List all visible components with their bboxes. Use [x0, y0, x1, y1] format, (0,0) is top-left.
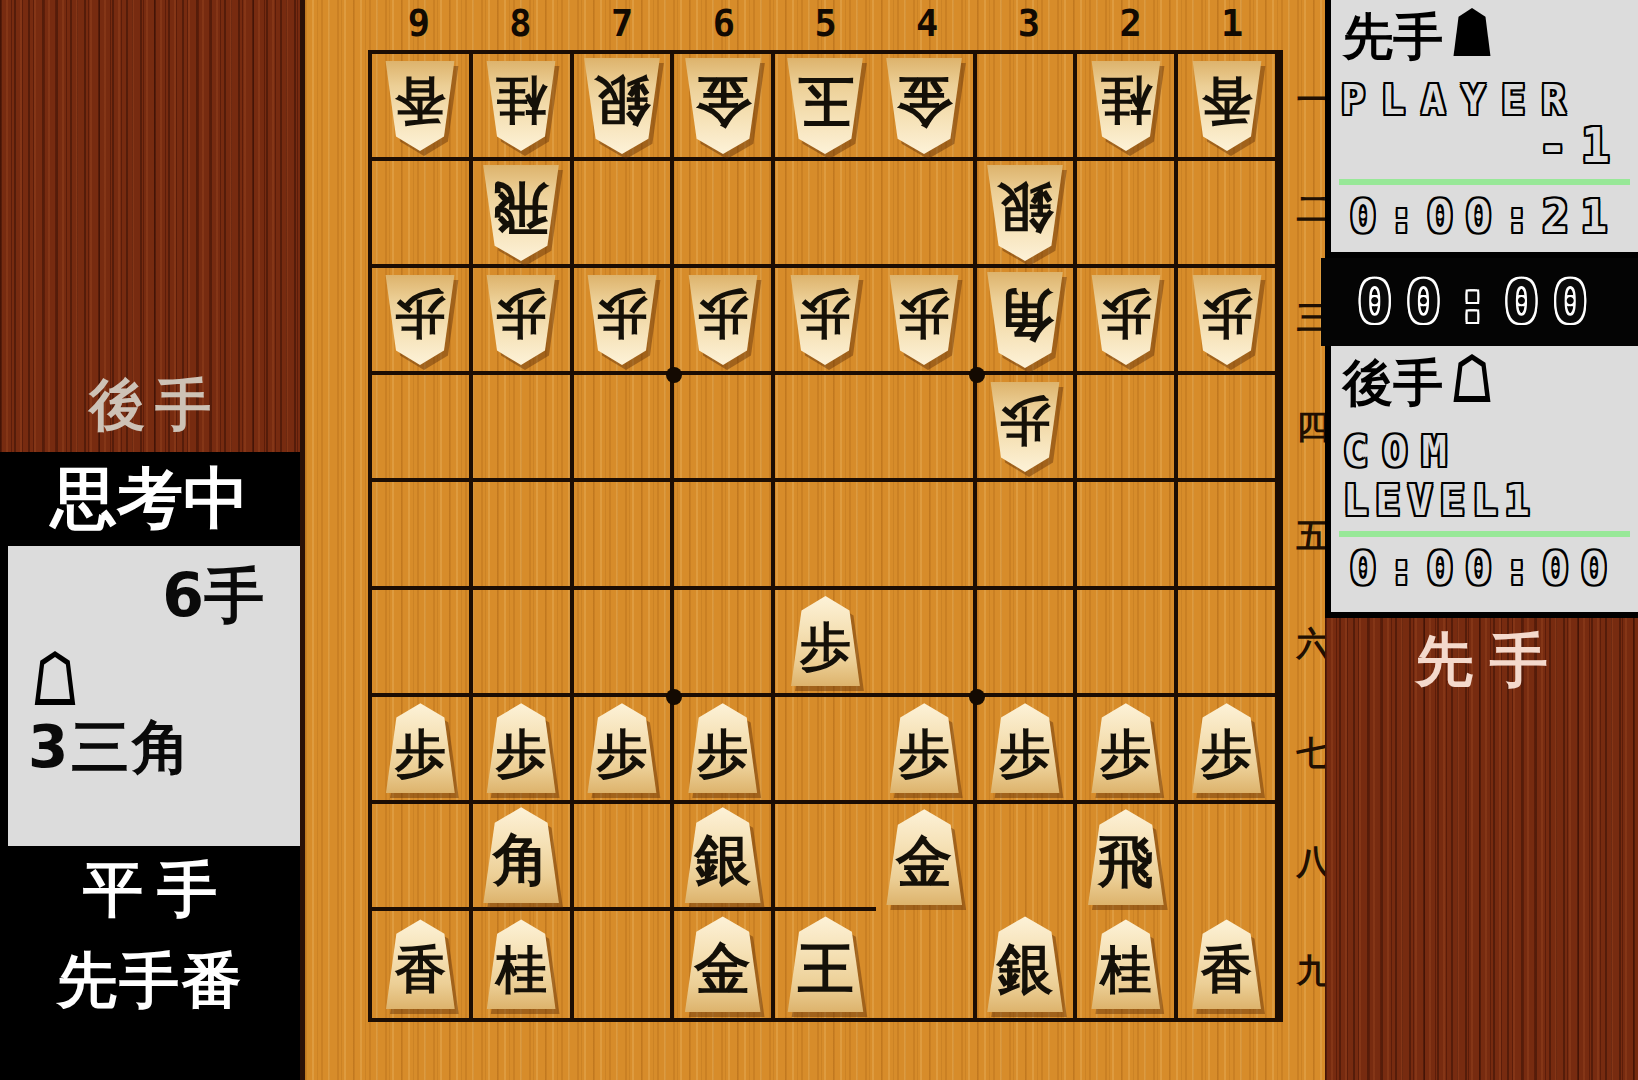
square-69[interactable]: 金	[674, 911, 775, 1018]
black-koma-icon	[1451, 8, 1493, 56]
square-42[interactable]	[876, 161, 977, 268]
square-23[interactable]: 歩	[1077, 268, 1178, 375]
piece-歩-gote[interactable]: 歩	[1086, 275, 1166, 365]
square-31[interactable]	[977, 54, 1078, 161]
square-61[interactable]: 金	[674, 54, 775, 161]
koma-tile: 歩	[683, 703, 763, 793]
file-label-8: 8	[470, 2, 572, 44]
koma-tile: 銀	[981, 165, 1069, 261]
piece-桂-gote[interactable]: 桂	[481, 61, 561, 151]
koma-tile: 香	[1187, 61, 1267, 151]
piece-角-sente[interactable]: 角	[477, 807, 565, 903]
koma-kanji: 香	[1201, 75, 1252, 136]
koma-kanji: 香	[395, 934, 446, 995]
koma-tile: 歩	[582, 703, 662, 793]
square-27[interactable]: 歩	[1077, 697, 1178, 804]
square-32[interactable]: 銀	[977, 161, 1078, 268]
koma-kanji: 歩	[395, 718, 446, 779]
square-43[interactable]: 歩	[876, 268, 977, 375]
piece-角-gote[interactable]: 角	[981, 272, 1069, 368]
square-11[interactable]: 香	[1178, 54, 1279, 161]
koma-tile: 歩	[785, 275, 865, 365]
koma-kanji: 歩	[1000, 396, 1051, 457]
square-25[interactable]	[1077, 482, 1178, 589]
file-label-7: 7	[571, 2, 673, 44]
piece-王-sente[interactable]: 王	[781, 916, 869, 1012]
square-26[interactable]	[1077, 590, 1178, 697]
white-koma-icon	[32, 651, 78, 705]
square-62[interactable]	[674, 161, 775, 268]
square-16[interactable]	[1178, 590, 1279, 697]
koma-tile: 金	[880, 58, 968, 154]
koma-kanji: 金	[695, 73, 751, 139]
square-66[interactable]	[674, 590, 775, 697]
last-move-text: 3三角	[28, 709, 300, 787]
koma-tile: 歩	[582, 275, 662, 365]
koma-kanji: 香	[1201, 934, 1252, 995]
square-95[interactable]	[372, 482, 473, 589]
square-92[interactable]	[372, 161, 473, 268]
square-63[interactable]: 歩	[674, 268, 775, 375]
koma-tile: 歩	[380, 275, 460, 365]
square-87[interactable]: 歩	[473, 697, 574, 804]
koma-kanji: 銀	[594, 73, 650, 139]
piece-歩-sente[interactable]: 歩	[481, 703, 561, 793]
square-44[interactable]	[876, 375, 977, 482]
piece-歩-sente[interactable]: 歩	[884, 703, 964, 793]
koma-tile: 桂	[1086, 61, 1166, 151]
square-47[interactable]: 歩	[876, 697, 977, 804]
piece-銀-gote[interactable]: 銀	[578, 58, 666, 154]
piece-歩-gote[interactable]: 歩	[785, 275, 865, 365]
koma-kanji: 歩	[496, 289, 547, 350]
koma-kanji: 金	[695, 931, 751, 997]
square-83[interactable]: 歩	[473, 268, 574, 375]
square-59[interactable]: 王	[775, 911, 876, 1018]
koma-kanji: 金	[896, 73, 952, 139]
piece-歩-gote[interactable]: 歩	[985, 382, 1065, 472]
white-koma-icon	[1451, 354, 1493, 402]
square-28[interactable]: 飛	[1077, 804, 1178, 911]
koma-kanji: 桂	[496, 934, 547, 995]
koma-tile: 歩	[985, 382, 1065, 472]
square-56[interactable]: 歩	[775, 590, 876, 697]
koma-tile: 歩	[884, 703, 964, 793]
piece-香-gote[interactable]: 香	[380, 61, 460, 151]
move-timer: 00:00	[1321, 258, 1638, 346]
piece-金-gote[interactable]: 金	[880, 58, 968, 154]
star-point	[969, 367, 985, 383]
square-36[interactable]	[977, 590, 1078, 697]
square-14[interactable]	[1178, 375, 1279, 482]
square-78[interactable]	[574, 804, 675, 911]
sente-turn-indicator: 先手	[1325, 622, 1638, 700]
left-wood-panel: 後手	[0, 0, 300, 452]
divider-green	[1339, 179, 1630, 185]
koma-kanji: 歩	[697, 718, 748, 779]
square-52[interactable]	[775, 161, 876, 268]
file-label-9: 9	[368, 2, 470, 44]
square-53[interactable]: 歩	[775, 268, 876, 375]
koma-tile: 歩	[985, 703, 1065, 793]
koma-tile: 香	[1187, 919, 1267, 1009]
piece-金-sente[interactable]: 金	[679, 916, 767, 1012]
koma-kanji: 歩	[1201, 718, 1252, 779]
square-99[interactable]: 香	[372, 911, 473, 1018]
koma-kanji: 王	[797, 931, 853, 997]
square-49[interactable]	[876, 911, 977, 1018]
square-19[interactable]: 香	[1178, 911, 1279, 1018]
koma-tile: 歩	[683, 275, 763, 365]
koma-kanji: 歩	[1000, 718, 1051, 779]
koma-kanji: 香	[395, 75, 446, 136]
square-98[interactable]	[372, 804, 473, 911]
koma-kanji: 歩	[1100, 289, 1151, 350]
koma-tile: 玉	[781, 58, 869, 154]
square-86[interactable]	[473, 590, 574, 697]
left-sidebar: 後手 思考中 6手 3三角 平手 先手番	[0, 0, 300, 1080]
koma-kanji: 飛	[493, 180, 549, 246]
piece-桂-sente[interactable]: 桂	[481, 919, 561, 1009]
square-35[interactable]	[977, 482, 1078, 589]
sente-label: 先手	[1343, 4, 1443, 71]
square-18[interactable]	[1178, 804, 1279, 911]
piece-金-sente[interactable]: 金	[880, 809, 968, 905]
square-97[interactable]: 歩	[372, 697, 473, 804]
gote-side-label: 後手	[0, 368, 300, 444]
square-57[interactable]	[775, 697, 876, 804]
gote-player-name: COM	[1343, 427, 1638, 476]
square-77[interactable]: 歩	[574, 697, 675, 804]
koma-kanji: 歩	[1100, 718, 1151, 779]
koma-tile: 歩	[1187, 275, 1267, 365]
star-point	[666, 689, 682, 705]
square-84[interactable]	[473, 375, 574, 482]
square-55[interactable]	[775, 482, 876, 589]
koma-tile: 歩	[1086, 275, 1166, 365]
koma-tile: 桂	[1086, 919, 1166, 1009]
square-65[interactable]	[674, 482, 775, 589]
square-29[interactable]: 桂	[1077, 911, 1178, 1018]
piece-銀-gote[interactable]: 銀	[981, 165, 1069, 261]
square-34[interactable]: 歩	[977, 375, 1078, 482]
koma-tile: 歩	[1086, 703, 1166, 793]
square-33[interactable]: 角	[977, 268, 1078, 375]
koma-tile: 銀	[679, 807, 767, 903]
koma-kanji: 歩	[697, 289, 748, 350]
piece-歩-sente[interactable]: 歩	[380, 703, 460, 793]
file-labels: 987654321	[368, 2, 1283, 44]
sente-player-number: -1	[1331, 117, 1638, 173]
koma-tile: 香	[380, 919, 460, 1009]
square-82[interactable]: 飛	[473, 161, 574, 268]
square-17[interactable]: 歩	[1178, 697, 1279, 804]
koma-kanji: 銀	[997, 180, 1053, 246]
koma-tile: 角	[477, 807, 565, 903]
koma-tile: 王	[781, 916, 869, 1012]
piece-玉-gote[interactable]: 玉	[781, 58, 869, 154]
koma-kanji: 歩	[596, 289, 647, 350]
piece-歩-gote[interactable]: 歩	[582, 275, 662, 365]
koma-kanji: 歩	[899, 289, 950, 350]
piece-桂-gote[interactable]: 桂	[1086, 61, 1166, 151]
square-15[interactable]	[1178, 482, 1279, 589]
koma-kanji: 銀	[997, 931, 1053, 997]
koma-tile: 角	[981, 272, 1069, 368]
koma-tile: 金	[880, 809, 968, 905]
file-label-3: 3	[978, 2, 1080, 44]
square-79[interactable]	[574, 911, 675, 1018]
piece-香-sente[interactable]: 香	[1187, 919, 1267, 1009]
piece-歩-gote[interactable]: 歩	[481, 275, 561, 365]
koma-kanji: 歩	[1201, 289, 1252, 350]
koma-kanji: 銀	[695, 822, 751, 888]
divider-green	[1339, 531, 1630, 537]
koma-kanji: 桂	[496, 75, 547, 136]
move-info-panel: 6手 3三角	[8, 546, 300, 846]
koma-kanji: 桂	[1100, 75, 1151, 136]
square-94[interactable]	[372, 375, 473, 482]
koma-tile: 桂	[481, 919, 561, 1009]
koma-kanji: 金	[896, 824, 952, 890]
piece-歩-sente[interactable]: 歩	[582, 703, 662, 793]
koma-kanji: 飛	[1098, 824, 1154, 890]
file-label-1: 1	[1181, 2, 1283, 44]
board-grid: 香桂銀金玉金桂香飛銀歩歩歩歩歩歩角歩歩歩歩歩歩歩歩歩歩歩歩角銀金飛香桂金王銀桂香	[368, 50, 1283, 1022]
gote-label: 後手	[1343, 350, 1443, 417]
thinking-status: 思考中	[0, 452, 300, 546]
square-58[interactable]	[775, 804, 876, 911]
koma-tile: 歩	[481, 275, 561, 365]
square-81[interactable]: 桂	[473, 54, 574, 161]
square-37[interactable]: 歩	[977, 697, 1078, 804]
square-64[interactable]	[674, 375, 775, 482]
square-88[interactable]: 角	[473, 804, 574, 911]
right-sidebar: 先手 PLAYER -1 0:00:21 00:00 後手 COM LEVEL1…	[1325, 0, 1638, 1080]
square-74[interactable]	[574, 375, 675, 482]
koma-kanji: 歩	[395, 289, 446, 350]
piece-歩-gote[interactable]: 歩	[380, 275, 460, 365]
file-label-5: 5	[775, 2, 877, 44]
gote-level: LEVEL1	[1343, 476, 1638, 525]
koma-tile: 金	[679, 58, 767, 154]
koma-tile: 歩	[481, 703, 561, 793]
square-24[interactable]	[1077, 375, 1178, 482]
handicap-label: 平手	[0, 850, 300, 931]
square-39[interactable]: 銀	[977, 911, 1078, 1018]
piece-飛-gote[interactable]: 飛	[477, 165, 565, 261]
game-setup-panel: 平手 先手番	[0, 846, 300, 1080]
square-75[interactable]	[574, 482, 675, 589]
piece-香-sente[interactable]: 香	[380, 919, 460, 1009]
sente-player-box: 先手 PLAYER -1 0:00:21	[1325, 0, 1638, 258]
square-72[interactable]	[574, 161, 675, 268]
koma-kanji: 玉	[797, 73, 853, 139]
piece-歩-gote[interactable]: 歩	[1187, 275, 1267, 365]
koma-tile: 歩	[380, 703, 460, 793]
piece-歩-sente[interactable]: 歩	[985, 703, 1065, 793]
koma-tile: 歩	[1187, 703, 1267, 793]
koma-tile: 飛	[477, 165, 565, 261]
koma-tile: 歩	[785, 596, 865, 686]
square-46[interactable]	[876, 590, 977, 697]
koma-tile: 歩	[884, 275, 964, 365]
piece-桂-sente[interactable]: 桂	[1086, 919, 1166, 1009]
piece-銀-sente[interactable]: 銀	[981, 916, 1069, 1012]
square-85[interactable]	[473, 482, 574, 589]
piece-歩-sente[interactable]: 歩	[1187, 703, 1267, 793]
koma-kanji: 歩	[800, 611, 851, 672]
piece-香-gote[interactable]: 香	[1187, 61, 1267, 151]
piece-歩-gote[interactable]: 歩	[683, 275, 763, 365]
piece-歩-sente[interactable]: 歩	[1086, 703, 1166, 793]
piece-歩-sente[interactable]: 歩	[785, 596, 865, 686]
sente-total-time: 0:00:21	[1331, 191, 1638, 242]
square-96[interactable]	[372, 590, 473, 697]
file-label-6: 6	[673, 2, 775, 44]
gote-total-time: 0:00:00	[1331, 543, 1638, 594]
koma-kanji: 角	[493, 822, 549, 888]
square-13[interactable]: 歩	[1178, 268, 1279, 375]
square-48[interactable]: 金	[876, 804, 977, 911]
square-12[interactable]	[1178, 161, 1279, 268]
square-67[interactable]: 歩	[674, 697, 775, 804]
koma-kanji: 歩	[496, 718, 547, 779]
square-54[interactable]	[775, 375, 876, 482]
square-73[interactable]: 歩	[574, 268, 675, 375]
square-21[interactable]: 桂	[1077, 54, 1178, 161]
square-51[interactable]: 玉	[775, 54, 876, 161]
square-91[interactable]: 香	[372, 54, 473, 161]
piece-飛-sente[interactable]: 飛	[1082, 809, 1170, 905]
koma-kanji: 歩	[899, 718, 950, 779]
koma-tile: 飛	[1082, 809, 1170, 905]
file-label-2: 2	[1080, 2, 1182, 44]
koma-kanji: 歩	[596, 718, 647, 779]
board-area: 987654321 香桂銀金玉金桂香飛銀歩歩歩歩歩歩角歩歩歩歩歩歩歩歩歩歩歩歩角…	[300, 0, 1325, 1080]
square-22[interactable]	[1077, 161, 1178, 268]
piece-歩-gote[interactable]: 歩	[884, 275, 964, 365]
star-point	[969, 689, 985, 705]
koma-tile: 桂	[481, 61, 561, 151]
koma-kanji: 桂	[1100, 934, 1151, 995]
square-76[interactable]	[574, 590, 675, 697]
file-label-4: 4	[876, 2, 978, 44]
koma-tile: 銀	[578, 58, 666, 154]
square-41[interactable]: 金	[876, 54, 977, 161]
gote-player-box: 後手 COM LEVEL1 0:00:00	[1325, 346, 1638, 618]
square-89[interactable]: 桂	[473, 911, 574, 1018]
square-71[interactable]: 銀	[574, 54, 675, 161]
turn-label: 先手番	[0, 941, 300, 1022]
koma-tile: 金	[679, 916, 767, 1012]
koma-tile: 香	[380, 61, 460, 151]
shogi-game-screen: 後手 思考中 6手 3三角 平手 先手番 987654321 香桂銀金玉金桂香飛…	[0, 0, 1638, 1080]
koma-kanji: 角	[997, 287, 1053, 353]
square-45[interactable]	[876, 482, 977, 589]
koma-kanji: 歩	[800, 289, 851, 350]
square-38[interactable]	[977, 804, 1078, 911]
piece-銀-sente[interactable]: 銀	[679, 807, 767, 903]
square-68[interactable]: 銀	[674, 804, 775, 911]
koma-tile: 銀	[981, 916, 1069, 1012]
square-93[interactable]: 歩	[372, 268, 473, 375]
star-point	[666, 367, 682, 383]
piece-歩-sente[interactable]: 歩	[683, 703, 763, 793]
move-count: 6手	[8, 546, 300, 637]
piece-金-gote[interactable]: 金	[679, 58, 767, 154]
